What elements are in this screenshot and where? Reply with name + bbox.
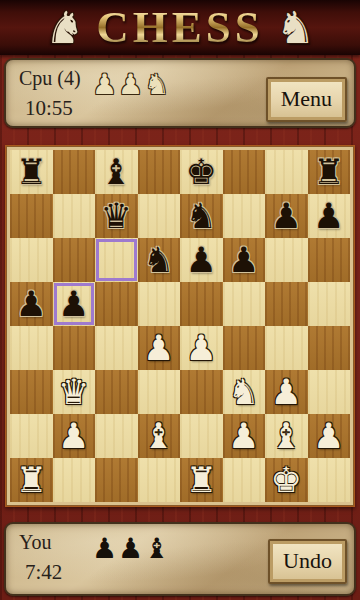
square-h2[interactable]: ♟ bbox=[308, 414, 351, 458]
captured-black-pawn-icon: ♟ bbox=[92, 535, 117, 563]
square-g4[interactable] bbox=[265, 326, 308, 370]
square-a1[interactable]: ♜ bbox=[10, 458, 53, 502]
square-f6[interactable]: ♟ bbox=[223, 238, 266, 282]
square-h1[interactable] bbox=[308, 458, 351, 502]
white-pawn: ♟ bbox=[143, 331, 174, 366]
black-king: ♚ bbox=[186, 155, 217, 190]
cpu-captured-tray: ♟♟♞ bbox=[92, 71, 169, 99]
square-b5[interactable]: ♟ bbox=[53, 282, 96, 326]
square-g2[interactable]: ♝ bbox=[265, 414, 308, 458]
white-bishop: ♝ bbox=[271, 419, 302, 454]
square-b8[interactable] bbox=[53, 150, 96, 194]
white-rook: ♜ bbox=[186, 463, 217, 498]
square-b1[interactable] bbox=[53, 458, 96, 502]
square-h3[interactable] bbox=[308, 370, 351, 414]
square-c4[interactable] bbox=[95, 326, 138, 370]
square-b3[interactable]: ♛ bbox=[53, 370, 96, 414]
square-h4[interactable] bbox=[308, 326, 351, 370]
square-f2[interactable]: ♟ bbox=[223, 414, 266, 458]
black-knight: ♞ bbox=[143, 243, 174, 278]
white-pawn: ♟ bbox=[228, 419, 259, 454]
square-d1[interactable] bbox=[138, 458, 181, 502]
black-bishop: ♝ bbox=[101, 155, 132, 190]
square-d7[interactable] bbox=[138, 194, 181, 238]
square-f1[interactable] bbox=[223, 458, 266, 502]
square-f5[interactable] bbox=[223, 282, 266, 326]
square-d2[interactable]: ♝ bbox=[138, 414, 181, 458]
square-b2[interactable]: ♟ bbox=[53, 414, 96, 458]
undo-button[interactable]: Undo bbox=[268, 539, 347, 584]
square-a6[interactable] bbox=[10, 238, 53, 282]
board: ♜♝♚♜♛♞♟♟♞♟♟♟♟♟♟♛♞♟♟♝♟♝♟♜♜♚ bbox=[10, 150, 350, 502]
square-e5[interactable] bbox=[180, 282, 223, 326]
white-queen: ♛ bbox=[58, 375, 89, 410]
black-pawn: ♟ bbox=[58, 287, 89, 322]
app-title: CHESS bbox=[96, 5, 264, 50]
cpu-player-name: Cpu (4) bbox=[19, 67, 81, 90]
square-h5[interactable] bbox=[308, 282, 351, 326]
square-d8[interactable] bbox=[138, 150, 181, 194]
white-pawn: ♟ bbox=[58, 419, 89, 454]
square-f3[interactable]: ♞ bbox=[223, 370, 266, 414]
square-g7[interactable]: ♟ bbox=[265, 194, 308, 238]
square-f8[interactable] bbox=[223, 150, 266, 194]
captured-white-knight-icon: ♞ bbox=[144, 71, 169, 99]
square-c6[interactable] bbox=[95, 238, 138, 282]
captured-black-pawn-icon: ♟ bbox=[118, 535, 143, 563]
square-e7[interactable]: ♞ bbox=[180, 194, 223, 238]
square-b4[interactable] bbox=[53, 326, 96, 370]
square-c5[interactable] bbox=[95, 282, 138, 326]
black-pawn: ♟ bbox=[186, 243, 217, 278]
square-e8[interactable]: ♚ bbox=[180, 150, 223, 194]
white-rook: ♜ bbox=[16, 463, 47, 498]
square-e4[interactable]: ♟ bbox=[180, 326, 223, 370]
square-e3[interactable] bbox=[180, 370, 223, 414]
white-bishop: ♝ bbox=[143, 419, 174, 454]
you-captured-tray: ♟♟♝ bbox=[92, 535, 169, 563]
knight-icon: ♞ bbox=[45, 6, 84, 50]
you-player-name: You bbox=[19, 531, 51, 554]
square-g6[interactable] bbox=[265, 238, 308, 282]
black-pawn: ♟ bbox=[271, 199, 302, 234]
square-a3[interactable] bbox=[10, 370, 53, 414]
square-e2[interactable] bbox=[180, 414, 223, 458]
square-h7[interactable]: ♟ bbox=[308, 194, 351, 238]
black-rook: ♜ bbox=[313, 155, 344, 190]
square-c1[interactable] bbox=[95, 458, 138, 502]
square-a4[interactable] bbox=[10, 326, 53, 370]
square-g5[interactable] bbox=[265, 282, 308, 326]
black-knight: ♞ bbox=[186, 199, 217, 234]
captured-white-pawn-icon: ♟ bbox=[92, 71, 117, 99]
square-a7[interactable] bbox=[10, 194, 53, 238]
square-h6[interactable] bbox=[308, 238, 351, 282]
black-queen: ♛ bbox=[101, 199, 132, 234]
square-f4[interactable] bbox=[223, 326, 266, 370]
square-d3[interactable] bbox=[138, 370, 181, 414]
square-g3[interactable]: ♟ bbox=[265, 370, 308, 414]
white-pawn: ♟ bbox=[186, 331, 217, 366]
square-g1[interactable]: ♚ bbox=[265, 458, 308, 502]
board-frame: ♜♝♚♜♛♞♟♟♞♟♟♟♟♟♟♛♞♟♟♝♟♝♟♜♜♚ bbox=[5, 145, 355, 507]
white-knight: ♞ bbox=[228, 375, 259, 410]
knight-icon: ♞ bbox=[276, 6, 315, 50]
square-d5[interactable] bbox=[138, 282, 181, 326]
square-f7[interactable] bbox=[223, 194, 266, 238]
cpu-clock: 10:55 bbox=[25, 96, 73, 121]
square-a8[interactable]: ♜ bbox=[10, 150, 53, 194]
you-player-bar: You 7:42 ♟♟♝ Undo bbox=[4, 522, 356, 596]
square-c7[interactable]: ♛ bbox=[95, 194, 138, 238]
square-e1[interactable]: ♜ bbox=[180, 458, 223, 502]
square-c2[interactable] bbox=[95, 414, 138, 458]
you-clock: 7:42 bbox=[25, 560, 62, 585]
square-g8[interactable] bbox=[265, 150, 308, 194]
square-h8[interactable]: ♜ bbox=[308, 150, 351, 194]
captured-white-pawn-icon: ♟ bbox=[118, 71, 143, 99]
white-king: ♚ bbox=[271, 463, 302, 498]
square-c3[interactable] bbox=[95, 370, 138, 414]
square-c8[interactable]: ♝ bbox=[95, 150, 138, 194]
black-pawn: ♟ bbox=[313, 199, 344, 234]
black-pawn: ♟ bbox=[16, 287, 47, 322]
cpu-player-bar: Cpu (4) 10:55 ♟♟♞ Menu bbox=[4, 58, 356, 128]
menu-button[interactable]: Menu bbox=[266, 77, 347, 122]
square-d4[interactable]: ♟ bbox=[138, 326, 181, 370]
square-d6[interactable]: ♞ bbox=[138, 238, 181, 282]
white-pawn: ♟ bbox=[271, 375, 302, 410]
square-b7[interactable] bbox=[53, 194, 96, 238]
black-rook: ♜ bbox=[16, 155, 47, 190]
square-e6[interactable]: ♟ bbox=[180, 238, 223, 282]
square-a2[interactable] bbox=[10, 414, 53, 458]
white-pawn: ♟ bbox=[313, 419, 344, 454]
square-a5[interactable]: ♟ bbox=[10, 282, 53, 326]
title-banner: ♞ CHESS ♞ bbox=[0, 0, 360, 55]
black-pawn: ♟ bbox=[228, 243, 259, 278]
square-b6[interactable] bbox=[53, 238, 96, 282]
captured-black-bishop-icon: ♝ bbox=[144, 535, 169, 563]
